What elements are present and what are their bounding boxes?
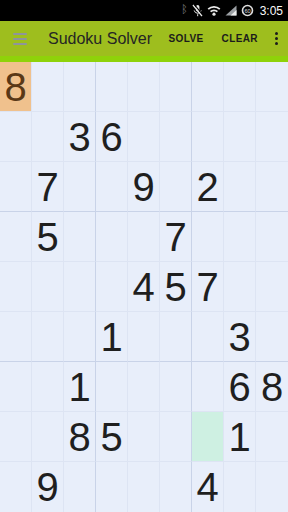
status-bar: ᛒ 60 3:05	[0, 0, 288, 21]
cell-r1c6[interactable]	[192, 112, 224, 162]
cell-r3c5[interactable]: 7	[160, 212, 192, 262]
app-bar-actions: SOLVE CLEAR	[159, 24, 288, 54]
cell-r8c6[interactable]: 4	[192, 462, 224, 512]
data-circle-icon: 60	[241, 4, 254, 17]
cell-r6c5[interactable]	[160, 362, 192, 412]
cell-r8c5[interactable]	[160, 462, 192, 512]
cell-r3c2[interactable]	[64, 212, 96, 262]
svg-text:60: 60	[244, 8, 250, 14]
overflow-menu-icon[interactable]	[267, 24, 285, 54]
cell-r7c5[interactable]	[160, 412, 192, 462]
cell-r2c1[interactable]: 7	[32, 162, 64, 212]
cell-r0c4[interactable]	[128, 62, 160, 112]
cell-r0c2[interactable]	[64, 62, 96, 112]
cell-r2c4[interactable]: 9	[128, 162, 160, 212]
cell-r5c1[interactable]	[32, 312, 64, 362]
cell-r1c3[interactable]: 6	[96, 112, 128, 162]
cell-r7c7[interactable]: 1	[224, 412, 256, 462]
cell-r4c7[interactable]	[224, 262, 256, 312]
solve-button[interactable]: SOLVE	[159, 25, 212, 52]
cell-r2c5[interactable]	[160, 162, 192, 212]
cell-r0c7[interactable]	[224, 62, 256, 112]
cell-r3c4[interactable]	[128, 212, 160, 262]
cell-r2c0[interactable]	[0, 162, 32, 212]
cell-r8c3[interactable]	[96, 462, 128, 512]
cell-r7c6-selected-cell[interactable]	[192, 412, 224, 462]
cell-r4c3[interactable]	[96, 262, 128, 312]
cell-r3c7[interactable]	[224, 212, 256, 262]
cell-r5c5[interactable]	[160, 312, 192, 362]
cell-r6c2[interactable]: 1	[64, 362, 96, 412]
sudoku-board: 836792574571316885194	[0, 62, 288, 512]
cell-r7c2[interactable]: 8	[64, 412, 96, 462]
cell-r2c3[interactable]	[96, 162, 128, 212]
bluetooth-icon: ᛒ	[181, 4, 188, 15]
cell-r5c2[interactable]	[64, 312, 96, 362]
cell-r2c7[interactable]	[224, 162, 256, 212]
wifi-icon	[207, 5, 221, 16]
cell-r1c2[interactable]: 3	[64, 112, 96, 162]
cell-r4c2[interactable]	[64, 262, 96, 312]
cell-r7c3[interactable]: 5	[96, 412, 128, 462]
cell-r8c2[interactable]	[64, 462, 96, 512]
cell-r6c6[interactable]	[192, 362, 224, 412]
cell-r7c0[interactable]	[0, 412, 32, 462]
status-time: 3:05	[260, 4, 283, 18]
cell-r4c0[interactable]	[0, 262, 32, 312]
cell-r1c7[interactable]	[224, 112, 256, 162]
cell-r0c8[interactable]	[256, 62, 288, 112]
cell-r3c6[interactable]	[192, 212, 224, 262]
cell-r5c4[interactable]	[128, 312, 160, 362]
cell-r0c1[interactable]	[32, 62, 64, 112]
cell-signal-icon	[225, 5, 237, 16]
cell-r4c4[interactable]: 4	[128, 262, 160, 312]
cell-r2c6[interactable]: 2	[192, 162, 224, 212]
cell-r8c0[interactable]	[0, 462, 32, 512]
cell-r6c0[interactable]	[0, 362, 32, 412]
cell-r8c1[interactable]: 9	[32, 462, 64, 512]
cell-r5c7[interactable]: 3	[224, 312, 256, 362]
cell-r6c7[interactable]: 6	[224, 362, 256, 412]
cell-r7c4[interactable]	[128, 412, 160, 462]
cell-r4c1[interactable]	[32, 262, 64, 312]
cell-r1c4[interactable]	[128, 112, 160, 162]
cell-r4c8[interactable]	[256, 262, 288, 312]
app-bar: Sudoku Solver SOLVE CLEAR	[0, 21, 288, 56]
cell-r1c1[interactable]	[32, 112, 64, 162]
cell-r4c5[interactable]: 5	[160, 262, 192, 312]
cell-r8c4[interactable]	[128, 462, 160, 512]
cell-r7c1[interactable]	[32, 412, 64, 462]
cell-r8c7[interactable]	[224, 462, 256, 512]
mic-muted-icon	[192, 4, 203, 17]
cell-r3c1[interactable]: 5	[32, 212, 64, 262]
cell-r6c1[interactable]	[32, 362, 64, 412]
menu-icon[interactable]	[13, 33, 27, 45]
cell-r0c0-highlighted-given[interactable]: 8	[0, 62, 32, 112]
cell-r0c3[interactable]	[96, 62, 128, 112]
cell-r7c8[interactable]	[256, 412, 288, 462]
cell-r1c8[interactable]	[256, 112, 288, 162]
cell-r0c6[interactable]	[192, 62, 224, 112]
cell-r6c8[interactable]: 8	[256, 362, 288, 412]
screen: ᛒ 60 3:05 Sudoku Solver SOLVE CLEAR	[0, 0, 288, 512]
cell-r5c0[interactable]	[0, 312, 32, 362]
cell-r3c3[interactable]	[96, 212, 128, 262]
cell-r8c8[interactable]	[256, 462, 288, 512]
cell-r2c2[interactable]	[64, 162, 96, 212]
cell-r5c3[interactable]: 1	[96, 312, 128, 362]
cell-r5c6[interactable]	[192, 312, 224, 362]
cell-r2c8[interactable]	[256, 162, 288, 212]
page-title: Sudoku Solver	[48, 30, 152, 48]
cell-r3c8[interactable]	[256, 212, 288, 262]
cell-r3c0[interactable]	[0, 212, 32, 262]
cell-r6c3[interactable]	[96, 362, 128, 412]
cell-r0c5[interactable]	[160, 62, 192, 112]
cell-r1c5[interactable]	[160, 112, 192, 162]
clear-button[interactable]: CLEAR	[213, 25, 267, 52]
cell-r4c6[interactable]: 7	[192, 262, 224, 312]
cell-r6c4[interactable]	[128, 362, 160, 412]
cell-r1c0[interactable]	[0, 112, 32, 162]
cell-r5c8[interactable]	[256, 312, 288, 362]
